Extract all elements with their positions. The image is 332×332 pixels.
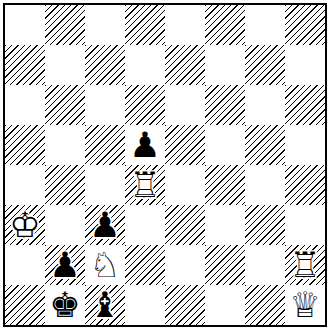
square-e3[interactable] — [165, 205, 205, 245]
square-f7[interactable] — [205, 45, 245, 85]
square-e2[interactable] — [165, 245, 205, 285]
square-c5[interactable] — [85, 125, 125, 165]
square-d4[interactable]: ♜♖ — [125, 165, 165, 205]
square-h6[interactable] — [285, 85, 325, 125]
square-b7[interactable] — [45, 45, 85, 85]
piece-black-king-b1[interactable]: ♚ — [45, 285, 85, 325]
piece-white-rook-body: ♜ — [125, 165, 165, 205]
chess-diagram-page: ♟♜♖♚♔♟♟♞♘♜♖♚♝♛♕ — [0, 0, 332, 332]
square-c2[interactable]: ♞♘ — [85, 245, 125, 285]
piece-white-knight-body: ♞ — [85, 245, 125, 285]
square-g1[interactable] — [245, 285, 285, 325]
square-g4[interactable] — [245, 165, 285, 205]
square-c7[interactable] — [85, 45, 125, 85]
square-a4[interactable] — [5, 165, 45, 205]
square-f5[interactable] — [205, 125, 245, 165]
square-d8[interactable] — [125, 5, 165, 45]
chess-board[interactable]: ♟♜♖♚♔♟♟♞♘♜♖♚♝♛♕ — [5, 5, 325, 325]
square-h3[interactable] — [285, 205, 325, 245]
square-f2[interactable] — [205, 245, 245, 285]
square-g5[interactable] — [245, 125, 285, 165]
square-a5[interactable] — [5, 125, 45, 165]
square-a8[interactable] — [5, 5, 45, 45]
square-d6[interactable] — [125, 85, 165, 125]
square-a3[interactable]: ♚♔ — [5, 205, 45, 245]
piece-white-rook-d4[interactable]: ♖ — [125, 165, 165, 205]
piece-white-rook-body: ♜ — [285, 245, 325, 285]
square-g3[interactable] — [245, 205, 285, 245]
square-a2[interactable] — [5, 245, 45, 285]
square-a6[interactable] — [5, 85, 45, 125]
piece-white-queen-h1[interactable]: ♕ — [285, 285, 325, 325]
square-h4[interactable] — [285, 165, 325, 205]
square-b1[interactable]: ♚ — [45, 285, 85, 325]
square-g8[interactable] — [245, 5, 285, 45]
square-e7[interactable] — [165, 45, 205, 85]
square-b5[interactable] — [45, 125, 85, 165]
square-a7[interactable] — [5, 45, 45, 85]
piece-white-rook-h2[interactable]: ♖ — [285, 245, 325, 285]
square-b2[interactable]: ♟ — [45, 245, 85, 285]
square-g2[interactable] — [245, 245, 285, 285]
square-f6[interactable] — [205, 85, 245, 125]
square-h1[interactable]: ♛♕ — [285, 285, 325, 325]
square-h5[interactable] — [285, 125, 325, 165]
square-c8[interactable] — [85, 5, 125, 45]
piece-black-bishop-c1[interactable]: ♝ — [85, 285, 125, 325]
square-d3[interactable] — [125, 205, 165, 245]
square-a1[interactable] — [5, 285, 45, 325]
square-d1[interactable] — [125, 285, 165, 325]
square-c3[interactable]: ♟ — [85, 205, 125, 245]
chess-board-frame: ♟♜♖♚♔♟♟♞♘♜♖♚♝♛♕ — [3, 3, 327, 327]
square-d5[interactable]: ♟ — [125, 125, 165, 165]
square-h8[interactable] — [285, 5, 325, 45]
square-c6[interactable] — [85, 85, 125, 125]
piece-white-queen-body: ♛ — [285, 285, 325, 325]
square-b3[interactable] — [45, 205, 85, 245]
square-g7[interactable] — [245, 45, 285, 85]
square-b8[interactable] — [45, 5, 85, 45]
square-f4[interactable] — [205, 165, 245, 205]
square-f1[interactable] — [205, 285, 245, 325]
square-e4[interactable] — [165, 165, 205, 205]
square-e5[interactable] — [165, 125, 205, 165]
square-f8[interactable] — [205, 5, 245, 45]
square-f3[interactable] — [205, 205, 245, 245]
square-h2[interactable]: ♜♖ — [285, 245, 325, 285]
piece-white-king-a3[interactable]: ♔ — [5, 205, 45, 245]
square-e1[interactable] — [165, 285, 205, 325]
piece-black-pawn-b2[interactable]: ♟ — [45, 245, 85, 285]
square-h7[interactable] — [285, 45, 325, 85]
square-c1[interactable]: ♝ — [85, 285, 125, 325]
square-e8[interactable] — [165, 5, 205, 45]
piece-white-king-body: ♚ — [5, 205, 45, 245]
piece-white-knight-c2[interactable]: ♘ — [85, 245, 125, 285]
square-b4[interactable] — [45, 165, 85, 205]
piece-black-pawn-c3[interactable]: ♟ — [85, 205, 125, 245]
square-d2[interactable] — [125, 245, 165, 285]
square-g6[interactable] — [245, 85, 285, 125]
piece-black-pawn-d5[interactable]: ♟ — [125, 125, 165, 165]
square-b6[interactable] — [45, 85, 85, 125]
square-e6[interactable] — [165, 85, 205, 125]
square-d7[interactable] — [125, 45, 165, 85]
square-c4[interactable] — [85, 165, 125, 205]
